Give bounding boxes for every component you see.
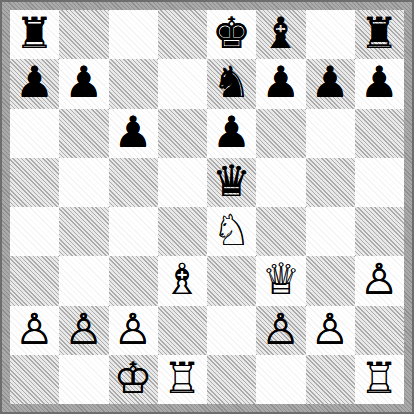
square-g1[interactable] — [306, 355, 355, 404]
white-pawn-icon: ♙ — [262, 308, 301, 351]
square-a5[interactable] — [10, 158, 59, 207]
white-queen-icon: ♕ — [262, 258, 301, 301]
white-pawn-icon: ♙ — [360, 258, 399, 301]
black-bishop-icon: ♝ — [262, 12, 301, 55]
square-b3[interactable] — [59, 256, 108, 305]
square-e7[interactable]: ♞ — [207, 59, 256, 108]
white-pawn-icon: ♙ — [311, 308, 350, 351]
white-rook-icon: ♖ — [163, 357, 202, 400]
square-d7[interactable] — [158, 59, 207, 108]
square-f2[interactable]: ♙ — [256, 306, 305, 355]
square-d6[interactable] — [158, 109, 207, 158]
square-b5[interactable] — [59, 158, 108, 207]
square-e8[interactable]: ♚ — [207, 10, 256, 59]
square-a2[interactable]: ♙ — [10, 306, 59, 355]
square-f5[interactable] — [256, 158, 305, 207]
black-pawn-icon: ♟ — [262, 61, 301, 104]
white-pawn-icon: ♙ — [65, 308, 104, 351]
square-c6[interactable]: ♟ — [109, 109, 158, 158]
square-g3[interactable] — [306, 256, 355, 305]
black-knight-icon: ♞ — [212, 61, 251, 104]
square-d8[interactable] — [158, 10, 207, 59]
square-d1[interactable]: ♖ — [158, 355, 207, 404]
square-a3[interactable] — [10, 256, 59, 305]
square-c8[interactable] — [109, 10, 158, 59]
black-rook-icon: ♜ — [360, 12, 399, 55]
square-c1[interactable]: ♔ — [109, 355, 158, 404]
square-h6[interactable] — [355, 109, 404, 158]
square-b2[interactable]: ♙ — [59, 306, 108, 355]
white-rook-icon: ♖ — [360, 357, 399, 400]
square-g6[interactable] — [306, 109, 355, 158]
square-f4[interactable] — [256, 207, 305, 256]
black-rook-icon: ♜ — [15, 12, 54, 55]
square-f7[interactable]: ♟ — [256, 59, 305, 108]
square-b8[interactable] — [59, 10, 108, 59]
square-f6[interactable] — [256, 109, 305, 158]
square-b6[interactable] — [59, 109, 108, 158]
square-f8[interactable]: ♝ — [256, 10, 305, 59]
square-b4[interactable] — [59, 207, 108, 256]
square-h1[interactable]: ♖ — [355, 355, 404, 404]
square-b1[interactable] — [59, 355, 108, 404]
square-g2[interactable]: ♙ — [306, 306, 355, 355]
board-frame: ♜♚♝♜♟♟♞♟♟♟♟♟♛♘♗♕♙♙♙♙♙♙♔♖♖ — [0, 0, 414, 414]
square-c2[interactable]: ♙ — [109, 306, 158, 355]
square-e4[interactable]: ♘ — [207, 207, 256, 256]
square-f1[interactable] — [256, 355, 305, 404]
square-b7[interactable]: ♟ — [59, 59, 108, 108]
square-a8[interactable]: ♜ — [10, 10, 59, 59]
black-queen-icon: ♛ — [212, 160, 251, 203]
black-pawn-icon: ♟ — [65, 61, 104, 104]
chess-board: ♜♚♝♜♟♟♞♟♟♟♟♟♛♘♗♕♙♙♙♙♙♙♔♖♖ — [10, 10, 404, 404]
black-king-icon: ♚ — [212, 12, 251, 55]
square-a1[interactable] — [10, 355, 59, 404]
white-knight-icon: ♘ — [212, 209, 251, 252]
square-c7[interactable] — [109, 59, 158, 108]
square-c3[interactable] — [109, 256, 158, 305]
square-h4[interactable] — [355, 207, 404, 256]
square-c5[interactable] — [109, 158, 158, 207]
square-e3[interactable] — [207, 256, 256, 305]
black-pawn-icon: ♟ — [15, 61, 54, 104]
black-pawn-icon: ♟ — [114, 111, 153, 154]
square-d5[interactable] — [158, 158, 207, 207]
square-h7[interactable]: ♟ — [355, 59, 404, 108]
square-a4[interactable] — [10, 207, 59, 256]
square-h8[interactable]: ♜ — [355, 10, 404, 59]
square-g4[interactable] — [306, 207, 355, 256]
square-e6[interactable]: ♟ — [207, 109, 256, 158]
black-pawn-icon: ♟ — [311, 61, 350, 104]
white-bishop-icon: ♗ — [163, 258, 202, 301]
black-pawn-icon: ♟ — [212, 111, 251, 154]
square-a7[interactable]: ♟ — [10, 59, 59, 108]
white-pawn-icon: ♙ — [15, 308, 54, 351]
square-d2[interactable] — [158, 306, 207, 355]
square-d4[interactable] — [158, 207, 207, 256]
black-pawn-icon: ♟ — [360, 61, 399, 104]
square-h3[interactable]: ♙ — [355, 256, 404, 305]
square-a6[interactable] — [10, 109, 59, 158]
white-king-icon: ♔ — [114, 357, 153, 400]
square-h2[interactable] — [355, 306, 404, 355]
white-pawn-icon: ♙ — [114, 308, 153, 351]
square-c4[interactable] — [109, 207, 158, 256]
square-f3[interactable]: ♕ — [256, 256, 305, 305]
square-g8[interactable] — [306, 10, 355, 59]
square-d3[interactable]: ♗ — [158, 256, 207, 305]
square-e1[interactable] — [207, 355, 256, 404]
square-g5[interactable] — [306, 158, 355, 207]
square-e5[interactable]: ♛ — [207, 158, 256, 207]
square-h5[interactable] — [355, 158, 404, 207]
square-g7[interactable]: ♟ — [306, 59, 355, 108]
square-e2[interactable] — [207, 306, 256, 355]
